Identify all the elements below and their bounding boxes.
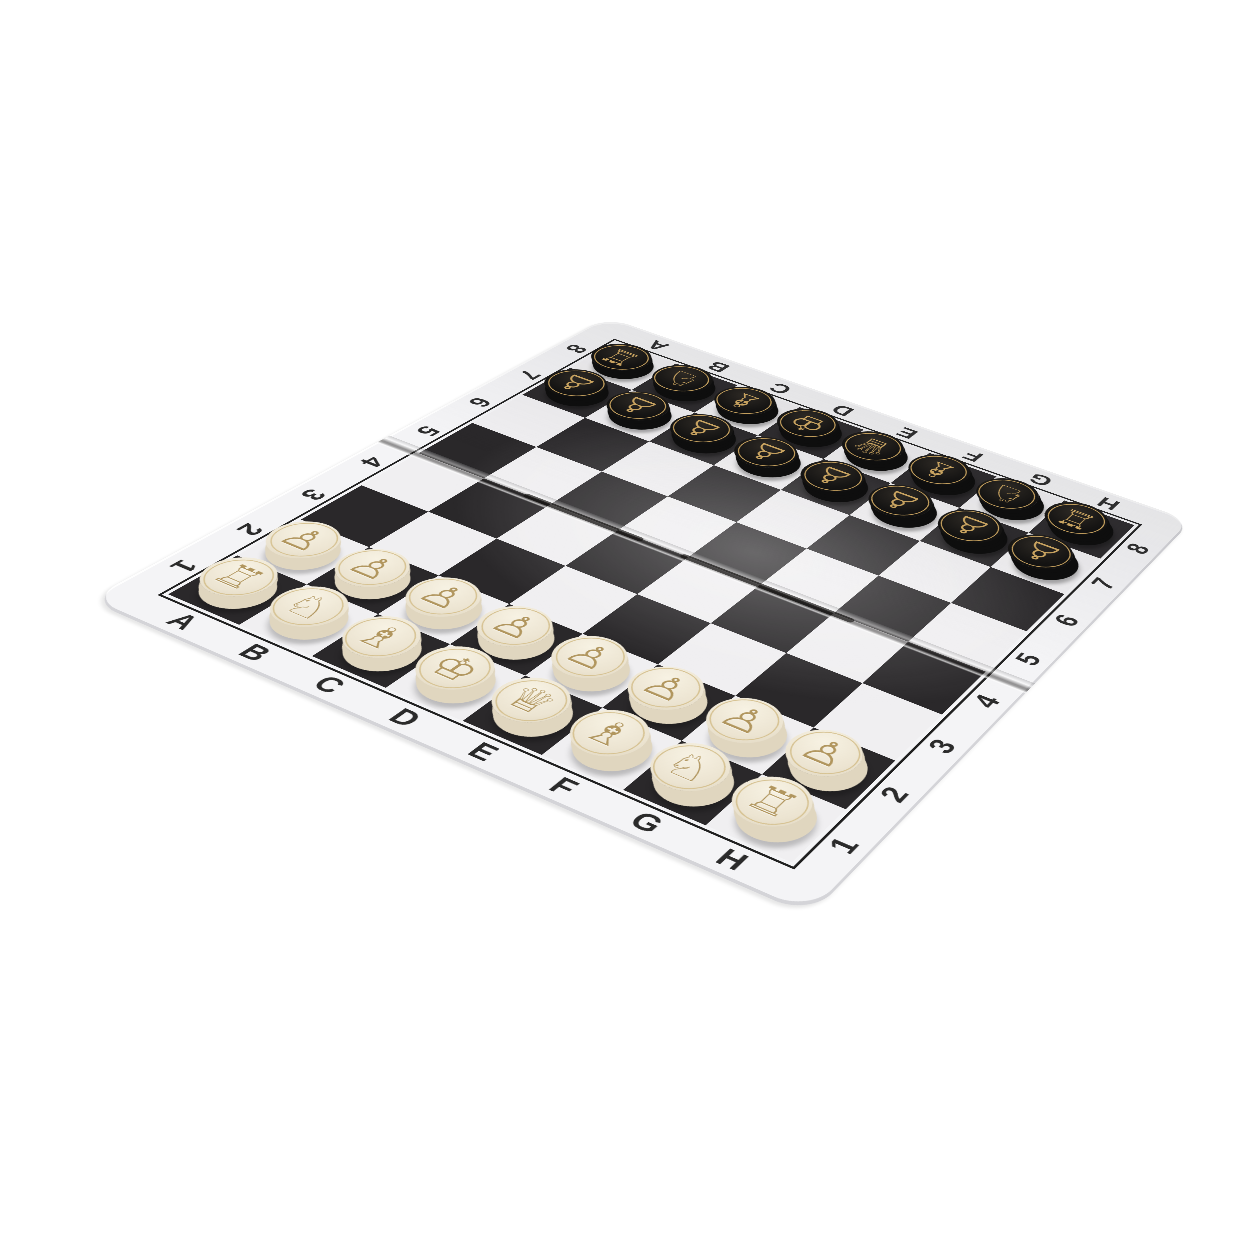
rook-glyph-icon: ♖ xyxy=(1050,504,1103,534)
pawn-glyph-icon: ♙ xyxy=(1013,536,1068,567)
pawn-glyph-icon: ♙ xyxy=(805,462,861,491)
pawn-glyph-icon: ♙ xyxy=(270,523,338,557)
knight-glyph-icon: ♘ xyxy=(655,366,709,391)
king-glyph-icon: ♔ xyxy=(781,410,835,437)
knight-glyph-icon: ♘ xyxy=(273,588,344,625)
pawn-glyph-icon: ♙ xyxy=(556,637,624,675)
rook-glyph-icon: ♖ xyxy=(737,779,808,824)
pawn-glyph-icon: ♙ xyxy=(710,699,778,740)
pawn-glyph-icon: ♙ xyxy=(548,370,604,396)
rook-glyph-icon: ♖ xyxy=(594,345,648,369)
pawn-glyph-icon: ♙ xyxy=(632,668,700,708)
king-glyph-icon: ♔ xyxy=(419,649,490,688)
pieces-layer: ♖♘♗♔♕♗♘♖♙♙♙♙♙♙♙♙♙♙♙♙♙♙♙♙♖♘♗♔♕♗♘♖ xyxy=(168,342,1134,862)
pawn-glyph-icon: ♙ xyxy=(942,511,997,542)
pawn-glyph-icon: ♙ xyxy=(791,732,859,774)
pawn-glyph-icon: ♙ xyxy=(338,550,406,585)
pawn-glyph-icon: ♙ xyxy=(673,415,729,442)
knight-glyph-icon: ♘ xyxy=(654,745,725,789)
pawn-glyph-icon: ♙ xyxy=(610,393,666,419)
bishop-glyph-icon: ♗ xyxy=(345,618,416,656)
queen-glyph-icon: ♕ xyxy=(495,680,566,721)
rook-glyph-icon: ♖ xyxy=(203,559,274,595)
pawn-glyph-icon: ♙ xyxy=(481,608,549,645)
bishop-glyph-icon: ♗ xyxy=(573,712,644,754)
product-photo-scene: ABCDEFGH ABCDEFGH 87654321 87654321 ♖♘♗♔… xyxy=(0,0,1240,1240)
bishop-glyph-icon: ♗ xyxy=(717,388,771,414)
chessboard: ABCDEFGH ABCDEFGH 87654321 87654321 ♖♘♗♔… xyxy=(88,317,1192,916)
pawn-glyph-icon: ♙ xyxy=(738,438,794,466)
queen-glyph-icon: ♕ xyxy=(846,433,900,460)
pawn-glyph-icon: ♙ xyxy=(409,579,477,615)
knight-glyph-icon: ♘ xyxy=(980,479,1033,508)
pawn-glyph-icon: ♙ xyxy=(872,486,928,516)
bishop-glyph-icon: ♗ xyxy=(912,456,966,484)
